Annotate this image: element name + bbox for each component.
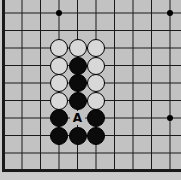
white-stone: [50, 92, 68, 110]
board-intersection: [50, 74, 69, 92]
board-intersection: [68, 127, 87, 145]
white-stone: [69, 39, 87, 57]
board-intersection: [68, 74, 87, 92]
board-intersection: [87, 57, 106, 75]
black-stone: [50, 127, 68, 145]
board-intersection: [50, 109, 69, 127]
black-stone: [87, 109, 105, 127]
board-intersection: [68, 57, 87, 75]
board-intersection: [87, 109, 106, 127]
board-intersection: [50, 92, 69, 110]
go-board[interactable]: A: [0, 4, 179, 179]
board-intersection: [87, 39, 106, 57]
board-intersection: [87, 92, 106, 110]
white-stone: [87, 39, 105, 57]
white-stone: [87, 57, 105, 75]
black-stone: [69, 127, 87, 145]
black-stone: [50, 109, 68, 127]
black-stone: [69, 92, 87, 110]
board-intersection: A: [68, 109, 87, 127]
black-stone: [69, 74, 87, 92]
board-intersection: [68, 92, 87, 110]
black-stone: [87, 127, 105, 145]
white-stone: [87, 92, 105, 110]
go-diagram: A: [0, 0, 181, 180]
white-stone: [50, 39, 68, 57]
board-intersection: [68, 39, 87, 57]
board-intersection: [50, 39, 69, 57]
point-label-a[interactable]: A: [70, 111, 85, 125]
board-intersection: [50, 57, 69, 75]
board-intersection: [50, 127, 69, 145]
white-stone: [87, 74, 105, 92]
black-stone: [69, 57, 87, 75]
board-intersection: [87, 127, 106, 145]
board-intersection: [87, 74, 106, 92]
white-stone: [50, 74, 68, 92]
white-stone: [50, 57, 68, 75]
